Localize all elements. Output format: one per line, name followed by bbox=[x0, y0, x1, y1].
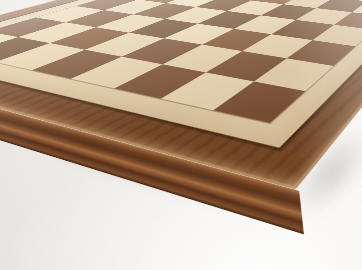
square-7-2 bbox=[0, 43, 85, 70]
square-6-0 bbox=[0, 18, 65, 37]
square-6-4 bbox=[122, 38, 201, 64]
square-7-5 bbox=[114, 64, 206, 99]
chessboard bbox=[0, 0, 362, 190]
square-6-7 bbox=[254, 58, 334, 91]
square-5-6 bbox=[242, 34, 312, 58]
square-4-7 bbox=[312, 25, 362, 46]
photo-canvas bbox=[0, 0, 362, 270]
square-4-6 bbox=[272, 20, 334, 40]
square-5-7 bbox=[286, 40, 356, 66]
square-5-0 bbox=[36, 6, 104, 22]
square-6-6 bbox=[206, 51, 286, 81]
square-6-5 bbox=[163, 44, 243, 72]
square-4-4 bbox=[198, 11, 260, 29]
square-5-1 bbox=[65, 10, 134, 27]
square-7-0 bbox=[0, 31, 18, 54]
square-7-1 bbox=[0, 37, 51, 62]
square-5-2 bbox=[96, 14, 165, 32]
square-6-3 bbox=[85, 33, 164, 57]
square-6-2 bbox=[51, 27, 129, 49]
square-5-5 bbox=[202, 29, 272, 52]
square-5-4 bbox=[164, 23, 234, 44]
board-squares bbox=[0, 0, 362, 123]
scene-3d bbox=[0, 0, 362, 270]
square-5-3 bbox=[129, 19, 198, 39]
square-7-3 bbox=[31, 49, 122, 78]
square-3-7 bbox=[334, 12, 362, 30]
square-6-1 bbox=[18, 22, 96, 43]
square-4-5 bbox=[234, 15, 296, 34]
square-7-7 bbox=[213, 81, 306, 123]
square-7-4 bbox=[71, 56, 163, 88]
square-7-6 bbox=[161, 72, 254, 110]
